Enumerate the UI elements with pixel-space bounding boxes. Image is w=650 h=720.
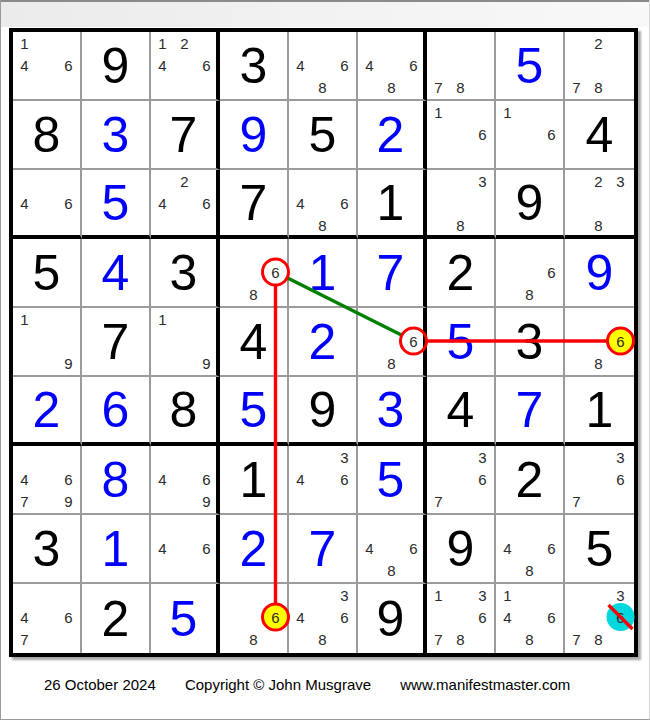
candidate-6: 6 — [334, 606, 355, 628]
candidate-7: 7 — [566, 490, 587, 512]
solved-digit: 9 — [565, 239, 634, 306]
cell-r3c2[interactable]: 5 — [82, 170, 151, 239]
given-digit: 4 — [565, 101, 634, 168]
cell-r6c7[interactable]: 4 — [427, 377, 496, 446]
candidate-4: 4 — [14, 606, 35, 628]
candidate-8: 8 — [312, 214, 333, 236]
candidate-6: 6 — [403, 54, 424, 76]
candidate-4: 4 — [290, 54, 311, 76]
cell-r9c3[interactable]: 5 — [151, 584, 220, 653]
given-digit: 2 — [496, 446, 563, 513]
cell-r3c4[interactable]: 7 — [220, 170, 289, 239]
given-digit: 1 — [220, 446, 287, 513]
solved-digit: 2 — [289, 308, 356, 375]
candidate-6: 6 — [196, 468, 217, 490]
cell-r3c6[interactable]: 1 — [358, 170, 427, 239]
candidate-6: 6 — [541, 606, 562, 628]
given-digit: 5 — [13, 239, 80, 306]
candidate-9: 9 — [196, 352, 217, 374]
candidate-3: 3 — [610, 170, 631, 192]
cell-r6c1[interactable]: 2 — [13, 377, 82, 446]
cell-r1c8[interactable]: 5 — [496, 32, 565, 101]
candidate-4: 4 — [152, 468, 173, 490]
sudoku-page: 1469124634684687852788379521616446524674… — [0, 0, 650, 720]
candidate-3: 3 — [610, 446, 631, 468]
candidate-2: 2 — [588, 32, 609, 54]
candidate-1: 1 — [152, 308, 173, 330]
given-digit: 9 — [82, 32, 149, 99]
candidate-7: 7 — [14, 628, 35, 650]
candidate-6: 6 — [265, 606, 286, 628]
given-digit: 3 — [220, 32, 287, 99]
cell-r2c8[interactable]: 16 — [496, 101, 565, 170]
candidate-7: 7 — [566, 76, 587, 98]
cell-r9c2[interactable]: 2 — [82, 584, 151, 653]
candidate-6: 6 — [541, 123, 562, 145]
candidate-8: 8 — [312, 76, 333, 98]
candidate-8: 8 — [519, 283, 540, 305]
cell-r3c7[interactable]: 38 — [427, 170, 496, 239]
candidate-8: 8 — [450, 76, 471, 98]
candidate-8: 8 — [588, 76, 609, 98]
cell-r7c7[interactable]: 367 — [427, 446, 496, 515]
given-digit: 4 — [427, 377, 494, 442]
candidate-6: 6 — [196, 537, 217, 559]
candidate-8: 8 — [450, 628, 471, 650]
candidate-6: 6 — [610, 468, 631, 490]
given-digit: 9 — [496, 170, 563, 235]
cell-r8c8[interactable]: 468 — [496, 515, 565, 584]
candidate-3: 3 — [334, 446, 355, 468]
given-digit: 7 — [220, 170, 287, 235]
cell-r2c9[interactable]: 4 — [565, 101, 634, 170]
given-digit: 7 — [151, 101, 216, 168]
cell-r2c5[interactable]: 5 — [289, 101, 358, 170]
cell-r3c1[interactable]: 46 — [13, 170, 82, 239]
cell-r7c8[interactable]: 2 — [496, 446, 565, 515]
solved-digit: 5 — [358, 446, 423, 513]
cell-r4c3[interactable]: 3 — [151, 239, 220, 308]
candidate-8: 8 — [450, 214, 471, 236]
cell-r3c9[interactable]: 238 — [565, 170, 634, 239]
cell-r8c3[interactable]: 46 — [151, 515, 220, 584]
given-digit: 7 — [82, 308, 149, 375]
solved-digit: 8 — [82, 446, 149, 513]
cell-r6c6[interactable]: 3 — [358, 377, 427, 446]
cell-r8c9[interactable]: 5 — [565, 515, 634, 584]
cell-r9c5[interactable]: 3468 — [289, 584, 358, 653]
candidate-4: 4 — [14, 192, 35, 214]
candidate-6: 6 — [58, 468, 79, 490]
candidate-4: 4 — [152, 192, 173, 214]
candidate-6: 6 — [403, 330, 424, 352]
cell-r1c9[interactable]: 278 — [565, 32, 634, 101]
cell-r5c4[interactable]: 4 — [220, 308, 289, 377]
candidate-4: 4 — [359, 54, 380, 76]
cell-r6c9[interactable]: 1 — [565, 377, 634, 446]
candidate-4: 4 — [497, 606, 518, 628]
candidate-8: 8 — [381, 76, 402, 98]
candidate-6: 6 — [541, 261, 562, 283]
sudoku-board: 1469124634684687852788379521616446524674… — [9, 28, 638, 657]
solved-digit: 7 — [496, 377, 563, 442]
candidate-8: 8 — [588, 628, 609, 650]
cell-r1c5[interactable]: 468 — [289, 32, 358, 101]
cell-r7c3[interactable]: 469 — [151, 446, 220, 515]
cell-r6c4[interactable]: 5 — [220, 377, 289, 446]
candidate-6: 6 — [58, 54, 79, 76]
candidate-6: 6 — [196, 192, 217, 214]
cell-r2c2[interactable]: 3 — [82, 101, 151, 170]
candidate-6: 6 — [58, 606, 79, 628]
cell-r9c7[interactable]: 13678 — [427, 584, 496, 653]
given-digit: 3 — [13, 515, 80, 582]
cell-r6c2[interactable]: 6 — [82, 377, 151, 446]
cell-r2c4[interactable]: 9 — [220, 101, 289, 170]
candidate-3: 3 — [334, 584, 355, 606]
candidate-4: 4 — [359, 537, 380, 559]
cell-r1c3[interactable]: 1246 — [151, 32, 220, 101]
solved-digit: 3 — [82, 101, 149, 168]
candidate-6: 6 — [541, 537, 562, 559]
cell-r5c1[interactable]: 19 — [13, 308, 82, 377]
given-digit: 9 — [427, 515, 494, 582]
solved-digit: 1 — [289, 239, 356, 306]
candidate-1: 1 — [14, 308, 35, 330]
solved-digit: 2 — [220, 515, 287, 582]
solved-digit: 6 — [82, 377, 149, 442]
cell-r5c8[interactable]: 3 — [496, 308, 565, 377]
candidate-6: 6 — [58, 192, 79, 214]
solved-digit: 7 — [358, 239, 423, 306]
footer-date: 26 October 2024 — [44, 676, 156, 693]
given-digit: 1 — [565, 377, 634, 442]
cell-r4c8[interactable]: 68 — [496, 239, 565, 308]
cell-r9c8[interactable]: 1468 — [496, 584, 565, 653]
given-digit: 9 — [358, 584, 423, 653]
cell-r1c6[interactable]: 468 — [358, 32, 427, 101]
candidate-9: 9 — [58, 490, 79, 512]
given-digit: 3 — [151, 239, 216, 306]
cell-r6c5[interactable]: 9 — [289, 377, 358, 446]
given-digit: 9 — [289, 377, 356, 442]
given-digit: 4 — [220, 308, 287, 375]
cell-r7c2[interactable]: 8 — [82, 446, 151, 515]
cell-r5c6[interactable]: 68 — [358, 308, 427, 377]
cell-r9c9[interactable]: 3678 — [565, 584, 634, 653]
cell-r8c4[interactable]: 2 — [220, 515, 289, 584]
candidate-6: 6 — [334, 192, 355, 214]
given-digit: 8 — [151, 377, 216, 442]
given-digit: 5 — [289, 101, 356, 168]
candidate-4: 4 — [14, 468, 35, 490]
given-digit: 8 — [13, 101, 80, 168]
candidate-6: 6 — [265, 261, 286, 283]
candidate-6: 6 — [472, 123, 493, 145]
solved-digit: 7 — [289, 515, 356, 582]
candidate-4: 4 — [290, 468, 311, 490]
candidate-4: 4 — [290, 606, 311, 628]
candidate-6: 6 — [472, 606, 493, 628]
cell-r1c4[interactable]: 3 — [220, 32, 289, 101]
cell-r5c7[interactable]: 5 — [427, 308, 496, 377]
candidate-2: 2 — [588, 170, 609, 192]
cell-r6c8[interactable]: 7 — [496, 377, 565, 446]
cell-r5c9[interactable]: 68 — [565, 308, 634, 377]
cell-r7c5[interactable]: 346 — [289, 446, 358, 515]
cell-r2c6[interactable]: 2 — [358, 101, 427, 170]
cell-r4c2[interactable]: 4 — [82, 239, 151, 308]
cell-r9c6[interactable]: 9 — [358, 584, 427, 653]
cell-r8c2[interactable]: 1 — [82, 515, 151, 584]
candidate-4: 4 — [152, 537, 173, 559]
cell-r8c6[interactable]: 468 — [358, 515, 427, 584]
candidate-4: 4 — [497, 537, 518, 559]
cell-r7c4[interactable]: 1 — [220, 446, 289, 515]
candidate-4: 4 — [290, 192, 311, 214]
candidate-9: 9 — [196, 490, 217, 512]
candidate-3: 3 — [610, 584, 631, 606]
candidate-1: 1 — [14, 32, 35, 54]
candidate-7: 7 — [428, 76, 449, 98]
solved-digit: 2 — [358, 101, 423, 168]
candidate-8: 8 — [243, 628, 264, 650]
solved-digit: 1 — [82, 515, 149, 582]
cell-r8c5[interactable]: 7 — [289, 515, 358, 584]
candidate-8: 8 — [519, 559, 540, 581]
cell-r4c1[interactable]: 5 — [13, 239, 82, 308]
candidate-1: 1 — [152, 32, 173, 54]
given-digit: 1 — [358, 170, 423, 235]
cell-r3c3[interactable]: 246 — [151, 170, 220, 239]
candidate-8: 8 — [312, 628, 333, 650]
cell-r2c7[interactable]: 16 — [427, 101, 496, 170]
candidate-8: 8 — [381, 559, 402, 581]
candidate-6: 6 — [196, 54, 217, 76]
candidate-3: 3 — [472, 584, 493, 606]
cell-r3c8[interactable]: 9 — [496, 170, 565, 239]
cell-r5c3[interactable]: 19 — [151, 308, 220, 377]
candidate-4: 4 — [152, 54, 173, 76]
cell-r1c7[interactable]: 78 — [427, 32, 496, 101]
cell-r7c6[interactable]: 5 — [358, 446, 427, 515]
footer-copyright: Copyright © John Musgrave — [185, 676, 371, 693]
candidate-6: 6 — [334, 468, 355, 490]
cell-r3c5[interactable]: 468 — [289, 170, 358, 239]
solved-digit: 5 — [220, 377, 287, 442]
candidate-7: 7 — [428, 628, 449, 650]
given-digit: 2 — [427, 239, 494, 306]
candidate-7: 7 — [428, 490, 449, 512]
candidate-1: 1 — [428, 584, 449, 606]
solved-digit: 5 — [82, 170, 149, 235]
cell-r2c1[interactable]: 8 — [13, 101, 82, 170]
candidate-6: 6 — [610, 330, 631, 352]
candidate-7: 7 — [566, 628, 587, 650]
cell-r5c5[interactable]: 2 — [289, 308, 358, 377]
solved-digit: 5 — [427, 308, 494, 375]
cell-r2c3[interactable]: 7 — [151, 101, 220, 170]
candidate-3: 3 — [472, 446, 493, 468]
solved-digit: 9 — [220, 101, 287, 168]
given-digit: 3 — [496, 308, 563, 375]
candidate-6: 6 — [334, 54, 355, 76]
candidate-6: 6 — [472, 468, 493, 490]
candidate-1: 1 — [497, 584, 518, 606]
candidate-7: 7 — [14, 490, 35, 512]
candidate-8: 8 — [519, 628, 540, 650]
candidate-9: 9 — [58, 352, 79, 374]
footer: 26 October 2024 Copyright © John Musgrav… — [44, 676, 595, 693]
top-bar — [1, 0, 650, 27]
candidate-6: 6 — [403, 537, 424, 559]
cell-r8c1[interactable]: 3 — [13, 515, 82, 584]
cell-r1c2[interactable]: 9 — [82, 32, 151, 101]
solved-digit: 5 — [496, 32, 563, 99]
cell-r4c9[interactable]: 9 — [565, 239, 634, 308]
cell-r5c2[interactable]: 7 — [82, 308, 151, 377]
candidate-3: 3 — [472, 170, 493, 192]
solved-digit: 2 — [13, 377, 80, 442]
cell-r4c5[interactable]: 1 — [289, 239, 358, 308]
cell-r7c9[interactable]: 367 — [565, 446, 634, 515]
cell-r4c6[interactable]: 7 — [358, 239, 427, 308]
solved-digit: 3 — [358, 377, 423, 442]
solved-digit: 5 — [151, 584, 216, 653]
candidate-1: 1 — [497, 101, 518, 123]
cell-r7c1[interactable]: 4679 — [13, 446, 82, 515]
candidate-8: 8 — [588, 214, 609, 236]
cell-r4c4[interactable]: 68 — [220, 239, 289, 308]
given-digit: 5 — [565, 515, 634, 582]
candidate-8: 8 — [381, 352, 402, 374]
cell-r6c3[interactable]: 8 — [151, 377, 220, 446]
candidate-2: 2 — [174, 170, 195, 192]
candidate-1: 1 — [428, 101, 449, 123]
candidate-8: 8 — [588, 352, 609, 374]
cell-r9c4[interactable]: 68 — [220, 584, 289, 653]
cell-r1c1[interactable]: 146 — [13, 32, 82, 101]
cell-r8c7[interactable]: 9 — [427, 515, 496, 584]
cell-r9c1[interactable]: 467 — [13, 584, 82, 653]
footer-website: www.manifestmaster.com — [400, 676, 570, 693]
candidate-6: 6 — [610, 606, 631, 628]
candidate-4: 4 — [14, 54, 35, 76]
cell-r4c7[interactable]: 2 — [427, 239, 496, 308]
solved-digit: 4 — [82, 239, 149, 306]
given-digit: 2 — [82, 584, 149, 653]
candidate-8: 8 — [243, 283, 264, 305]
candidate-2: 2 — [174, 32, 195, 54]
